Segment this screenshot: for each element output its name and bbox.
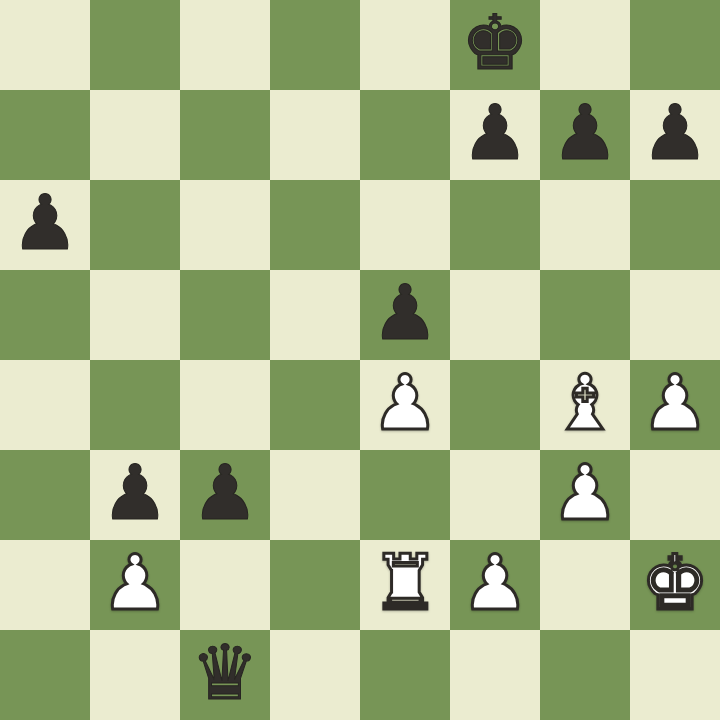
square-a4[interactable] <box>0 360 90 450</box>
square-a3[interactable] <box>0 450 90 540</box>
piece-black-pawn[interactable]: ♟ <box>101 448 169 538</box>
square-b5[interactable] <box>90 270 180 360</box>
square-e7[interactable] <box>360 90 450 180</box>
square-c1[interactable]: ♛ <box>180 630 270 720</box>
square-f2[interactable]: ♟ <box>450 540 540 630</box>
square-d5[interactable] <box>270 270 360 360</box>
piece-black-pawn[interactable]: ♟ <box>461 88 529 178</box>
square-b2[interactable]: ♟ <box>90 540 180 630</box>
square-c3[interactable]: ♟ <box>180 450 270 540</box>
square-g3[interactable]: ♟ <box>540 450 630 540</box>
square-h5[interactable] <box>630 270 720 360</box>
square-b8[interactable] <box>90 0 180 90</box>
square-g8[interactable] <box>540 0 630 90</box>
square-c5[interactable] <box>180 270 270 360</box>
piece-white-pawn[interactable]: ♟ <box>371 358 439 448</box>
square-b3[interactable]: ♟ <box>90 450 180 540</box>
piece-white-bishop[interactable]: ♝ <box>551 358 619 448</box>
square-d8[interactable] <box>270 0 360 90</box>
square-g6[interactable] <box>540 180 630 270</box>
square-a8[interactable] <box>0 0 90 90</box>
square-c8[interactable] <box>180 0 270 90</box>
piece-white-king[interactable]: ♚ <box>641 538 709 628</box>
square-f4[interactable] <box>450 360 540 450</box>
square-a5[interactable] <box>0 270 90 360</box>
chess-board: ♚♟♟♟♟♟♟♝♟♟♟♟♟♜♟♚♛ <box>0 0 720 720</box>
piece-white-pawn[interactable]: ♟ <box>101 538 169 628</box>
square-a6[interactable]: ♟ <box>0 180 90 270</box>
square-c2[interactable] <box>180 540 270 630</box>
square-h1[interactable] <box>630 630 720 720</box>
square-f1[interactable] <box>450 630 540 720</box>
square-c7[interactable] <box>180 90 270 180</box>
square-h4[interactable]: ♟ <box>630 360 720 450</box>
piece-black-pawn[interactable]: ♟ <box>551 88 619 178</box>
square-g1[interactable] <box>540 630 630 720</box>
piece-black-pawn[interactable]: ♟ <box>641 88 709 178</box>
square-e2[interactable]: ♜ <box>360 540 450 630</box>
square-d4[interactable] <box>270 360 360 450</box>
piece-black-pawn[interactable]: ♟ <box>11 178 79 268</box>
square-a1[interactable] <box>0 630 90 720</box>
piece-white-rook[interactable]: ♜ <box>371 538 439 628</box>
square-c4[interactable] <box>180 360 270 450</box>
square-f5[interactable] <box>450 270 540 360</box>
square-f8[interactable]: ♚ <box>450 0 540 90</box>
square-g2[interactable] <box>540 540 630 630</box>
square-e1[interactable] <box>360 630 450 720</box>
square-e8[interactable] <box>360 0 450 90</box>
square-b4[interactable] <box>90 360 180 450</box>
square-f6[interactable] <box>450 180 540 270</box>
square-c6[interactable] <box>180 180 270 270</box>
square-e6[interactable] <box>360 180 450 270</box>
square-f3[interactable] <box>450 450 540 540</box>
square-d3[interactable] <box>270 450 360 540</box>
piece-white-pawn[interactable]: ♟ <box>461 538 529 628</box>
piece-black-pawn[interactable]: ♟ <box>371 268 439 358</box>
piece-black-queen[interactable]: ♛ <box>191 628 259 718</box>
piece-white-pawn[interactable]: ♟ <box>641 358 709 448</box>
square-h3[interactable] <box>630 450 720 540</box>
square-d6[interactable] <box>270 180 360 270</box>
piece-black-king[interactable]: ♚ <box>461 0 529 88</box>
square-e3[interactable] <box>360 450 450 540</box>
square-b7[interactable] <box>90 90 180 180</box>
square-g7[interactable]: ♟ <box>540 90 630 180</box>
square-a7[interactable] <box>0 90 90 180</box>
square-b1[interactable] <box>90 630 180 720</box>
square-h6[interactable] <box>630 180 720 270</box>
piece-black-pawn[interactable]: ♟ <box>191 448 259 538</box>
square-e5[interactable]: ♟ <box>360 270 450 360</box>
square-d7[interactable] <box>270 90 360 180</box>
square-h7[interactable]: ♟ <box>630 90 720 180</box>
square-h8[interactable] <box>630 0 720 90</box>
square-b6[interactable] <box>90 180 180 270</box>
square-a2[interactable] <box>0 540 90 630</box>
piece-white-pawn[interactable]: ♟ <box>551 448 619 538</box>
square-d1[interactable] <box>270 630 360 720</box>
square-f7[interactable]: ♟ <box>450 90 540 180</box>
square-e4[interactable]: ♟ <box>360 360 450 450</box>
square-h2[interactable]: ♚ <box>630 540 720 630</box>
square-g5[interactable] <box>540 270 630 360</box>
square-g4[interactable]: ♝ <box>540 360 630 450</box>
square-d2[interactable] <box>270 540 360 630</box>
